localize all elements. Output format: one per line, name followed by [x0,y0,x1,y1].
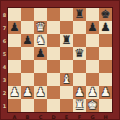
rank-label-7: 7 [1,21,8,34]
square-h3[interactable] [99,73,112,86]
square-g8[interactable] [86,8,99,21]
file-labels: ABCDEFGH [8,112,112,120]
piece-black-pawn[interactable]: ♟ [87,22,97,34]
piece-black-pawn[interactable]: ♟ [22,35,32,47]
square-d4[interactable] [47,60,60,73]
square-b2[interactable]: ♟ [21,86,34,99]
square-c3[interactable] [34,73,47,86]
square-d3[interactable] [47,73,60,86]
piece-white-queen[interactable]: ♛ [35,22,45,34]
square-g7[interactable]: ♟ [86,21,99,34]
square-f5[interactable]: ♛ [73,47,86,60]
piece-white-knight[interactable]: ♞ [35,35,45,47]
square-e5[interactable] [60,47,73,60]
square-d2[interactable] [47,86,60,99]
piece-black-king[interactable]: ♚ [100,9,110,21]
file-label-g: G [86,112,99,120]
square-d7[interactable] [47,21,60,34]
piece-white-pawn[interactable]: ♟ [74,87,84,99]
square-e8[interactable] [60,8,73,21]
square-b4[interactable] [21,60,34,73]
rank-label-2: 2 [1,86,8,99]
piece-black-queen[interactable]: ♛ [74,48,84,60]
square-a4[interactable] [8,60,21,73]
square-a8[interactable] [8,8,21,21]
square-c1[interactable] [34,99,47,112]
square-b3[interactable] [21,73,34,86]
square-g4[interactable] [86,60,99,73]
square-b8[interactable] [21,8,34,21]
square-b1[interactable] [21,99,34,112]
square-g1[interactable]: ♚ [86,99,99,112]
square-e4[interactable] [60,60,73,73]
square-c8[interactable] [34,8,47,21]
square-h2[interactable]: ♟ [99,86,112,99]
square-c7[interactable]: ♛ [34,21,47,34]
square-f1[interactable]: ♜ [73,99,86,112]
square-d8[interactable] [47,8,60,21]
rank-label-1: 1 [1,99,8,112]
piece-black-rook[interactable]: ♜ [61,35,71,47]
piece-white-bishop[interactable]: ♝ [61,74,71,86]
square-e2[interactable] [60,86,73,99]
rank-label-4: 4 [1,60,8,73]
square-h7[interactable]: ♟ [99,21,112,34]
square-c4[interactable] [34,60,47,73]
file-label-d: D [47,112,60,120]
square-a5[interactable] [8,47,21,60]
square-c5[interactable]: ♟ [34,47,47,60]
piece-white-king[interactable]: ♚ [87,100,97,112]
square-h4[interactable] [99,60,112,73]
rank-label-3: 3 [1,73,8,86]
square-h6[interactable] [99,34,112,47]
square-g3[interactable] [86,73,99,86]
square-a6[interactable] [8,34,21,47]
piece-black-pawn[interactable]: ♟ [9,22,19,34]
square-c2[interactable]: ♟ [34,86,47,99]
square-f2[interactable]: ♟ [73,86,86,99]
piece-white-pawn[interactable]: ♟ [35,87,45,99]
square-b5[interactable] [21,47,34,60]
rank-labels: 87654321 [1,8,8,112]
piece-white-pawn[interactable]: ♟ [9,87,19,99]
square-a2[interactable]: ♟ [8,86,21,99]
square-d5[interactable] [47,47,60,60]
rank-label-5: 5 [1,47,8,60]
file-label-f: F [73,112,86,120]
square-c6[interactable]: ♞ [34,34,47,47]
rank-label-6: 6 [1,34,8,47]
piece-black-rook[interactable]: ♜ [74,9,84,21]
square-h5[interactable] [99,47,112,60]
file-label-b: B [21,112,34,120]
square-f4[interactable] [73,60,86,73]
square-g5[interactable] [86,47,99,60]
square-a3[interactable] [8,73,21,86]
square-e6[interactable]: ♜ [60,34,73,47]
square-g6[interactable] [86,34,99,47]
file-label-c: C [34,112,47,120]
file-label-h: H [99,112,112,120]
square-h1[interactable] [99,99,112,112]
file-label-a: A [8,112,21,120]
piece-white-pawn[interactable]: ♟ [22,87,32,99]
square-e3[interactable]: ♝ [60,73,73,86]
square-b7[interactable] [21,21,34,34]
piece-white-pawn[interactable]: ♟ [100,87,110,99]
square-g2[interactable]: ♟ [86,86,99,99]
square-h8[interactable]: ♚ [99,8,112,21]
piece-white-pawn[interactable]: ♟ [87,87,97,99]
square-f6[interactable] [73,34,86,47]
square-b6[interactable]: ♟ [21,34,34,47]
square-a1[interactable] [8,99,21,112]
square-a7[interactable]: ♟ [8,21,21,34]
square-f3[interactable] [73,73,86,86]
chess-board-frame: 87654321 ♜♚♟♛♟♟♟♞♜♟♛♝♟♟♟♟♟♟♜♚ ABCDEFGH [0,0,120,120]
piece-white-rook[interactable]: ♜ [74,100,84,112]
square-f8[interactable]: ♜ [73,8,86,21]
square-e1[interactable] [60,99,73,112]
chess-board: ♜♚♟♛♟♟♟♞♜♟♛♝♟♟♟♟♟♟♜♚ [8,8,112,112]
square-d1[interactable] [47,99,60,112]
square-d6[interactable] [47,34,60,47]
rank-label-8: 8 [1,8,8,21]
piece-black-pawn[interactable]: ♟ [35,48,45,60]
piece-black-pawn[interactable]: ♟ [100,22,110,34]
square-e7[interactable] [60,21,73,34]
file-label-e: E [60,112,73,120]
square-f7[interactable] [73,21,86,34]
